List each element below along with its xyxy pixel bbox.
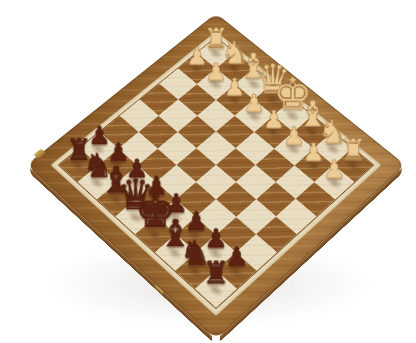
white-pawn-glyph: ♟ [310,157,358,182]
brass-hinge [155,284,163,295]
board-inlay-border: ♜♞♝♛♚♝♞♜♟♟♟♟♟♟♟♟♟♟♟♟♟♟♟♟♜♞♝♛♚♝♞♜ [51,31,382,316]
chess-set-photo: ♜♞♝♛♚♝♞♜♟♟♟♟♟♟♟♟♟♟♟♟♟♟♟♟♜♞♝♛♚♝♞♜ [0,0,416,343]
black-rook-glyph: ♜ [191,258,242,289]
perspective-scene: ♜♞♝♛♚♝♞♜♟♟♟♟♟♟♟♟♟♟♟♟♟♟♟♟♜♞♝♛♚♝♞♜ [0,0,416,343]
piece-white-pawn[interactable]: ♟ [315,165,355,199]
brass-clasp [34,149,46,159]
chess-board: ♜♞♝♛♚♝♞♜♟♟♟♟♟♟♟♟♟♟♟♟♟♟♟♟♜♞♝♛♚♝♞♜ [26,13,405,340]
piece-black-rook[interactable]: ♜ [195,270,236,307]
